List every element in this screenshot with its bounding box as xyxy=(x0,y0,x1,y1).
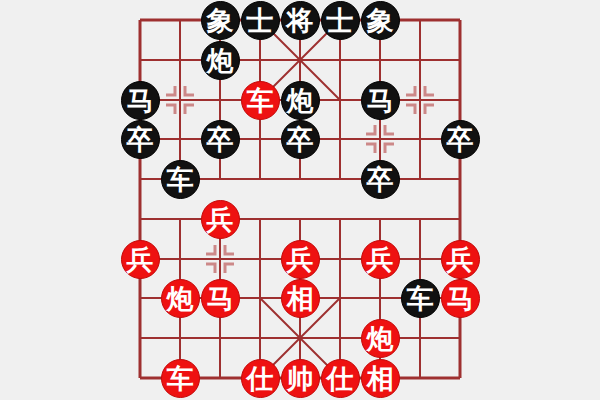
piece-black-chariot[interactable]: 车 xyxy=(401,279,440,318)
piece-red-cannon[interactable]: 炮 xyxy=(361,319,400,358)
piece-red-chariot[interactable]: 车 xyxy=(161,359,200,398)
piece-black-advisor[interactable]: 士 xyxy=(321,1,360,40)
xiangqi-board: 象士将士象炮马车炮马卒卒卒卒车卒兵兵兵兵兵炮马相车马炮车仕帅仕相 xyxy=(0,0,600,400)
piece-red-general[interactable]: 帅 xyxy=(281,359,320,398)
piece-black-pawn[interactable]: 卒 xyxy=(121,120,160,159)
piece-black-pawn[interactable]: 卒 xyxy=(281,120,320,159)
piece-red-pawn[interactable]: 兵 xyxy=(361,240,400,279)
pieces-layer: 象士将士象炮马车炮马卒卒卒卒车卒兵兵兵兵兵炮马相车马炮车仕帅仕相 xyxy=(0,0,600,400)
piece-red-advisor[interactable]: 仕 xyxy=(321,359,360,398)
piece-red-pawn[interactable]: 兵 xyxy=(281,240,320,279)
piece-red-pawn[interactable]: 兵 xyxy=(201,200,240,239)
piece-red-pawn[interactable]: 兵 xyxy=(441,240,480,279)
piece-black-elephant[interactable]: 象 xyxy=(201,1,240,40)
piece-black-pawn[interactable]: 卒 xyxy=(441,120,480,159)
piece-black-general[interactable]: 将 xyxy=(281,1,320,40)
piece-black-pawn[interactable]: 卒 xyxy=(361,160,400,199)
piece-black-chariot[interactable]: 车 xyxy=(161,160,200,199)
piece-red-horse[interactable]: 马 xyxy=(201,279,240,318)
piece-red-cannon[interactable]: 炮 xyxy=(161,279,200,318)
piece-black-horse[interactable]: 马 xyxy=(121,81,160,120)
piece-black-cannon[interactable]: 炮 xyxy=(281,81,320,120)
piece-black-horse[interactable]: 马 xyxy=(361,81,400,120)
piece-black-cannon[interactable]: 炮 xyxy=(201,41,240,80)
piece-red-elephant[interactable]: 相 xyxy=(281,279,320,318)
piece-black-advisor[interactable]: 士 xyxy=(241,1,280,40)
piece-red-horse[interactable]: 马 xyxy=(441,279,480,318)
piece-red-pawn[interactable]: 兵 xyxy=(121,240,160,279)
piece-red-elephant[interactable]: 相 xyxy=(361,359,400,398)
piece-red-chariot[interactable]: 车 xyxy=(241,81,280,120)
piece-black-elephant[interactable]: 象 xyxy=(361,1,400,40)
piece-red-advisor[interactable]: 仕 xyxy=(241,359,280,398)
piece-black-pawn[interactable]: 卒 xyxy=(201,120,240,159)
